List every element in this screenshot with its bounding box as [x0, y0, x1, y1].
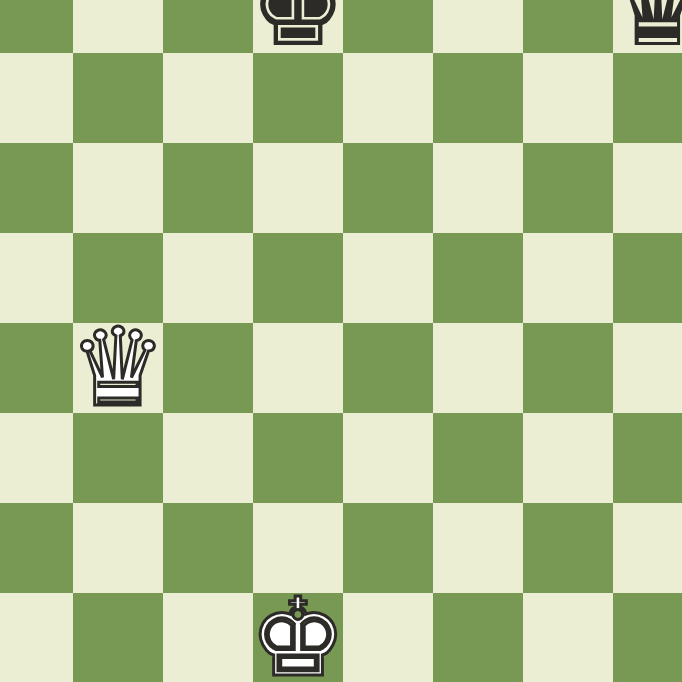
- chess-board-viewport: ♚♛♛♚: [0, 0, 682, 682]
- square-a2[interactable]: [0, 503, 73, 593]
- white-king[interactable]: ♚: [253, 593, 343, 682]
- square-a8[interactable]: [0, 0, 73, 53]
- square-b2[interactable]: [73, 503, 163, 593]
- square-h2[interactable]: [613, 503, 682, 593]
- square-d5[interactable]: [253, 233, 343, 323]
- square-g3[interactable]: [523, 413, 613, 503]
- square-d8[interactable]: ♚: [253, 0, 343, 53]
- square-h8[interactable]: ♛: [613, 0, 682, 53]
- square-e3[interactable]: [343, 413, 433, 503]
- square-e4[interactable]: [343, 323, 433, 413]
- square-c7[interactable]: [163, 53, 253, 143]
- square-c3[interactable]: [163, 413, 253, 503]
- square-g5[interactable]: [523, 233, 613, 323]
- square-d7[interactable]: [253, 53, 343, 143]
- square-b1[interactable]: [73, 593, 163, 682]
- square-f5[interactable]: [433, 233, 523, 323]
- square-h5[interactable]: [613, 233, 682, 323]
- square-e8[interactable]: [343, 0, 433, 53]
- square-e2[interactable]: [343, 503, 433, 593]
- square-d6[interactable]: [253, 143, 343, 233]
- square-a5[interactable]: [0, 233, 73, 323]
- square-c8[interactable]: [163, 0, 253, 53]
- square-c2[interactable]: [163, 503, 253, 593]
- square-a3[interactable]: [0, 413, 73, 503]
- square-f1[interactable]: [433, 593, 523, 682]
- square-c1[interactable]: [163, 593, 253, 682]
- square-c6[interactable]: [163, 143, 253, 233]
- square-f7[interactable]: [433, 53, 523, 143]
- square-c5[interactable]: [163, 233, 253, 323]
- square-d1[interactable]: ♚: [253, 593, 343, 682]
- square-e5[interactable]: [343, 233, 433, 323]
- square-g7[interactable]: [523, 53, 613, 143]
- square-a7[interactable]: [0, 53, 73, 143]
- square-g8[interactable]: [523, 0, 613, 53]
- square-c4[interactable]: [163, 323, 253, 413]
- square-b4[interactable]: ♛: [73, 323, 163, 413]
- square-e1[interactable]: [343, 593, 433, 682]
- square-f2[interactable]: [433, 503, 523, 593]
- square-a1[interactable]: [0, 593, 73, 682]
- white-queen[interactable]: ♛: [73, 323, 163, 413]
- square-b8[interactable]: [73, 0, 163, 53]
- chess-board[interactable]: ♚♛♛♚: [0, 0, 682, 682]
- square-h6[interactable]: [613, 143, 682, 233]
- square-f3[interactable]: [433, 413, 523, 503]
- square-b3[interactable]: [73, 413, 163, 503]
- square-h7[interactable]: [613, 53, 682, 143]
- square-d3[interactable]: [253, 413, 343, 503]
- square-g2[interactable]: [523, 503, 613, 593]
- square-g4[interactable]: [523, 323, 613, 413]
- square-a6[interactable]: [0, 143, 73, 233]
- black-queen[interactable]: ♛: [613, 0, 682, 53]
- square-g1[interactable]: [523, 593, 613, 682]
- square-b7[interactable]: [73, 53, 163, 143]
- square-h3[interactable]: [613, 413, 682, 503]
- square-a4[interactable]: [0, 323, 73, 413]
- square-f4[interactable]: [433, 323, 523, 413]
- square-g6[interactable]: [523, 143, 613, 233]
- square-e6[interactable]: [343, 143, 433, 233]
- black-king[interactable]: ♚: [253, 0, 343, 53]
- square-e7[interactable]: [343, 53, 433, 143]
- square-b6[interactable]: [73, 143, 163, 233]
- square-h1[interactable]: [613, 593, 682, 682]
- square-h4[interactable]: [613, 323, 682, 413]
- square-d4[interactable]: [253, 323, 343, 413]
- square-f8[interactable]: [433, 0, 523, 53]
- square-f6[interactable]: [433, 143, 523, 233]
